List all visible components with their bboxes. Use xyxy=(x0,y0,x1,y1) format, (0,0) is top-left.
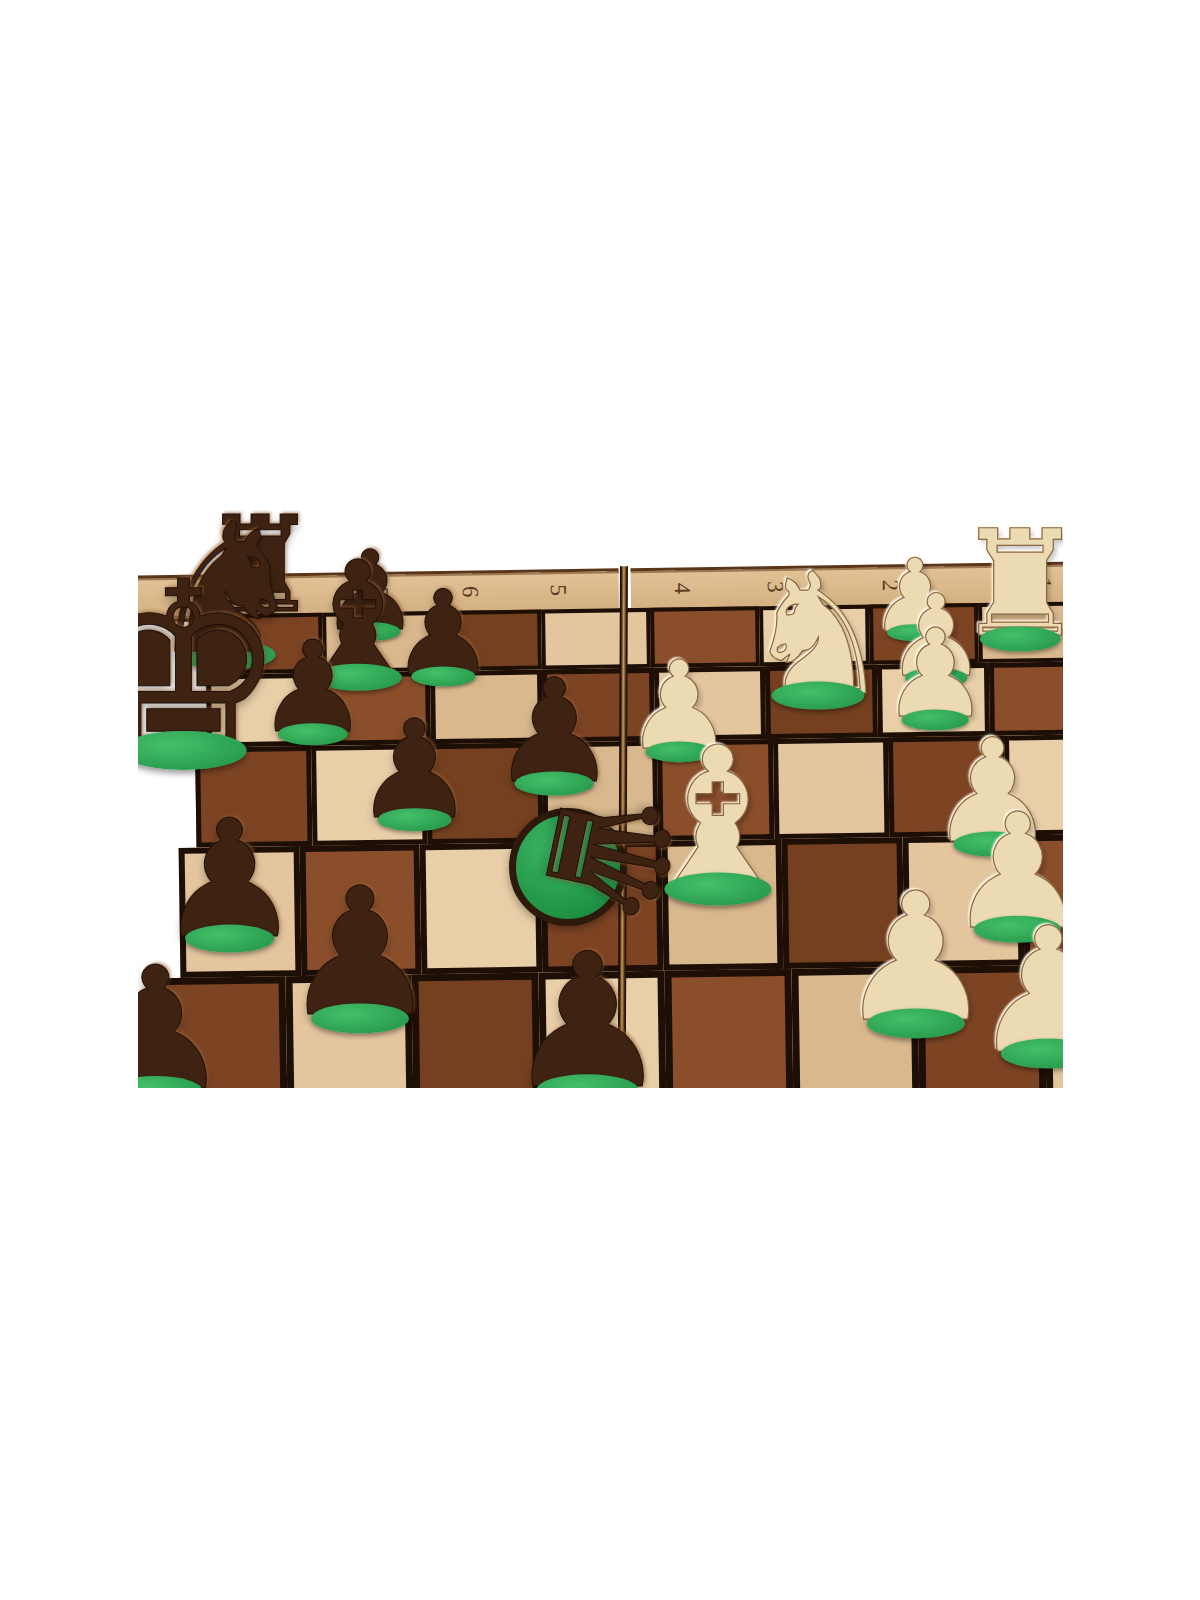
black-king-glyph-icon: ♚ xyxy=(138,575,286,759)
black-pawn-d5: ♟ xyxy=(504,948,671,1088)
white-pawn-glyph-icon: ♟ xyxy=(971,921,1063,1059)
black-pawn-d8: ♟ xyxy=(138,961,232,1088)
product-photo: 87654321 ♜♞♚♝♟♟♟♟♟♟♟♟♟♛♟♜♟♞♟♟♟♝♟♟♟ xyxy=(138,498,1063,1088)
white-knight-glyph-icon: ♞ xyxy=(743,567,894,701)
black-pawn-glyph-icon: ♟ xyxy=(281,883,440,1025)
black-pawn-glyph-icon: ♟ xyxy=(354,716,476,825)
white-knight-g3: ♞ xyxy=(743,567,894,701)
black-pawn-glyph-icon: ♟ xyxy=(138,961,232,1088)
white-bishop-glyph-icon: ♝ xyxy=(631,742,804,896)
white-pawn-c2: ♟ xyxy=(971,921,1063,1059)
black-king-f8: ♚ xyxy=(138,575,286,759)
black-pawn-f6: ♟ xyxy=(354,716,476,825)
pieces-layer: ♜♞♚♝♟♟♟♟♟♟♟♟♟♛♟♜♟♞♟♟♟♝♟♟♟ xyxy=(138,498,1063,1088)
black-pawn-glyph-icon: ♟ xyxy=(504,948,671,1088)
white-bishop-e4: ♝ xyxy=(631,742,804,896)
black-pawn-d6: ♟ xyxy=(281,883,440,1025)
